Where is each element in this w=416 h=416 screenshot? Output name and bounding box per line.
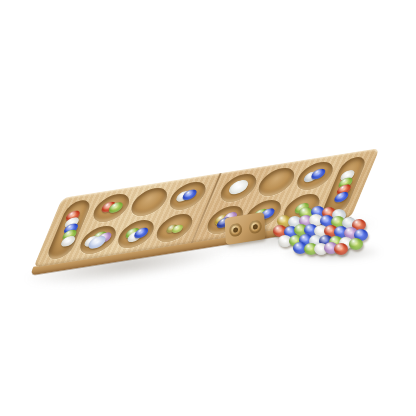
hinge-pin-hole-icon: [233, 227, 238, 233]
board-top-face: [33, 148, 380, 268]
glass-gem-green: [289, 235, 303, 247]
glass-gem-blue: [293, 242, 307, 254]
glass-gem-green: [349, 238, 363, 250]
product-photo-background: [0, 0, 416, 416]
glass-gem-purple: [324, 242, 338, 254]
mancala-board: [29, 148, 380, 277]
hinge-pin-icon: [248, 219, 262, 234]
hinge-pin-icon: [228, 223, 242, 238]
glass-gem-green: [304, 243, 318, 255]
glass-gem-silver: [309, 235, 323, 247]
glass-gem-green: [329, 236, 343, 248]
glass-gem-blue: [181, 188, 199, 201]
glass-gem-blue: [309, 168, 327, 181]
hinge-pin-hole-icon: [252, 224, 257, 230]
glass-gem-white: [339, 237, 353, 249]
glass-gem-clear: [227, 178, 251, 195]
glass-gem-blue: [299, 234, 313, 246]
glass-gem-red: [352, 219, 366, 231]
glass-gem-purple: [344, 227, 358, 239]
gem-pile-shadow: [282, 243, 382, 261]
glass-gem-darkblue: [319, 235, 333, 247]
glass-gem-red: [334, 243, 348, 255]
glass-gem-white: [314, 243, 328, 255]
glass-gem-green: [293, 202, 311, 215]
glass-gem-blue: [354, 229, 368, 241]
